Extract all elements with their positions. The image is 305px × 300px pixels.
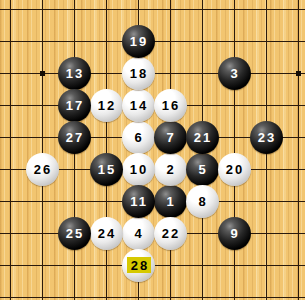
move-number-label: 20 [226, 163, 244, 176]
stone-24-white-F7[interactable]: 24 [90, 217, 123, 250]
move-number-label: 12 [98, 99, 116, 112]
move-number-label: 6 [134, 131, 143, 144]
stone-10-white-G9[interactable]: 10 [122, 153, 155, 186]
stone-5-black-I9[interactable]: 5 [186, 153, 219, 186]
move-number-label: 4 [134, 227, 143, 240]
move-number-label: 24 [98, 227, 116, 240]
stone-17-black-E11[interactable]: 17 [58, 89, 91, 122]
move-number-label: 2 [166, 163, 175, 176]
stone-8-white-I8[interactable]: 8 [186, 185, 219, 218]
grid-line-vertical-7 [234, 0, 235, 300]
goban-board[interactable]: 1234567891011121314151617181920212223242… [0, 0, 305, 300]
grid-line-vertical-0 [10, 0, 11, 300]
stone-6-white-G10[interactable]: 6 [122, 121, 155, 154]
move-number-label: 21 [194, 131, 212, 144]
stone-3-black-J12[interactable]: 3 [218, 57, 251, 90]
stone-13-black-E12[interactable]: 13 [58, 57, 91, 90]
move-number-label: 18 [130, 67, 148, 80]
move-number-label: 23 [258, 131, 276, 144]
move-number-label: 1 [166, 195, 175, 208]
move-number-label: 10 [130, 163, 148, 176]
stone-23-black-K10[interactable]: 23 [250, 121, 283, 154]
stone-26-white-D9[interactable]: 26 [26, 153, 59, 186]
star-point-1 [296, 71, 301, 76]
grid-line-vertical-3 [106, 0, 107, 300]
move-number-label: 13 [66, 67, 84, 80]
move-number-label: 22 [162, 227, 180, 240]
move-number-label: 25 [66, 227, 84, 240]
stone-12-white-F11[interactable]: 12 [90, 89, 123, 122]
stone-2-white-H9[interactable]: 2 [154, 153, 187, 186]
stone-28-white-G6[interactable]: 28 [122, 249, 155, 282]
grid-line-horizontal-9 [0, 297, 305, 298]
move-number-label: 27 [66, 131, 84, 144]
grid-line-horizontal-0 [0, 9, 305, 10]
move-number-label: 15 [98, 163, 116, 176]
move-number-label: 17 [66, 99, 84, 112]
move-number-label: 3 [230, 67, 239, 80]
stone-21-black-I10[interactable]: 21 [186, 121, 219, 154]
star-point-0 [40, 71, 45, 76]
stone-19-black-G13[interactable]: 19 [122, 25, 155, 58]
move-number-label: 19 [130, 35, 148, 48]
move-number-label: 14 [130, 99, 148, 112]
stone-7-black-H10[interactable]: 7 [154, 121, 187, 154]
stone-1-black-H8[interactable]: 1 [154, 185, 187, 218]
stone-11-black-G8[interactable]: 11 [122, 185, 155, 218]
stone-27-black-E10[interactable]: 27 [58, 121, 91, 154]
move-number-label: 16 [162, 99, 180, 112]
stone-16-white-H11[interactable]: 16 [154, 89, 187, 122]
stone-22-white-H7[interactable]: 22 [154, 217, 187, 250]
stone-25-black-E7[interactable]: 25 [58, 217, 91, 250]
grid-line-vertical-1 [42, 0, 43, 300]
move-number-label: 7 [166, 131, 175, 144]
last-move-highlight-label: 28 [127, 257, 151, 273]
move-number-label: 5 [198, 163, 207, 176]
stone-20-white-J9[interactable]: 20 [218, 153, 251, 186]
grid-line-vertical-9 [298, 0, 299, 300]
stone-18-white-G12[interactable]: 18 [122, 57, 155, 90]
stone-4-white-G7[interactable]: 4 [122, 217, 155, 250]
stone-9-black-J7[interactable]: 9 [218, 217, 251, 250]
move-number-label: 9 [230, 227, 239, 240]
stone-15-black-F9[interactable]: 15 [90, 153, 123, 186]
move-number-label: 11 [130, 195, 148, 208]
stone-14-white-G11[interactable]: 14 [122, 89, 155, 122]
move-number-label: 26 [34, 163, 52, 176]
move-number-label: 8 [198, 195, 207, 208]
